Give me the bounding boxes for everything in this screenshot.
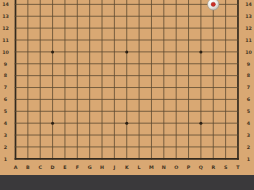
row-label-left-7: 7: [4, 85, 7, 90]
star-point-k4: [125, 122, 128, 125]
row-label-right-2: 2: [247, 145, 250, 150]
row-label-right-13: 13: [245, 14, 252, 19]
row-label-right-11: 11: [245, 38, 252, 43]
column-label-p: P: [187, 165, 191, 170]
row-label-left-13: 13: [2, 14, 9, 19]
column-label-g: G: [88, 165, 92, 170]
star-point-d4: [51, 122, 54, 125]
row-label-left-2: 2: [4, 145, 7, 150]
row-label-right-5: 5: [247, 109, 250, 114]
row-label-right-14: 14: [245, 2, 252, 7]
column-label-e: E: [63, 165, 66, 170]
row-label-left-14: 14: [2, 2, 9, 7]
go-board[interactable]: 14141313121211111010998877665544332211AB…: [0, 0, 254, 175]
column-label-s: S: [224, 165, 228, 170]
column-label-k: K: [125, 165, 129, 170]
row-label-right-10: 10: [245, 50, 252, 55]
column-label-j: J: [112, 165, 115, 170]
row-label-left-3: 3: [4, 133, 7, 138]
column-label-q: Q: [199, 165, 203, 170]
column-label-f: F: [76, 165, 79, 170]
star-point-k10: [125, 50, 128, 53]
column-label-m: M: [149, 165, 154, 170]
column-label-d: D: [51, 165, 55, 170]
last-move-marker: [211, 2, 215, 6]
row-label-left-1: 1: [4, 157, 7, 162]
row-label-left-11: 11: [2, 38, 9, 43]
toolbar: [0, 175, 254, 190]
star-point-d10: [51, 50, 54, 53]
column-label-r: R: [211, 165, 215, 170]
column-label-a: A: [14, 165, 18, 170]
go-app-screen: 14141313121211111010998877665544332211AB…: [0, 0, 254, 190]
column-label-o: O: [174, 165, 178, 170]
row-label-left-12: 12: [2, 26, 9, 31]
row-label-right-7: 7: [247, 85, 250, 90]
row-label-left-5: 5: [4, 109, 7, 114]
row-label-right-3: 3: [247, 133, 250, 138]
column-label-c: C: [38, 165, 42, 170]
go-board-svg[interactable]: 14141313121211111010998877665544332211AB…: [0, 0, 254, 175]
column-label-n: N: [162, 165, 166, 170]
column-label-h: H: [100, 165, 104, 170]
row-label-left-10: 10: [2, 50, 9, 55]
column-label-b: B: [26, 165, 30, 170]
row-label-right-12: 12: [245, 26, 252, 31]
star-point-q4: [199, 122, 202, 125]
column-label-l: L: [138, 165, 141, 170]
row-label-right-1: 1: [247, 157, 250, 162]
star-point-q10: [199, 50, 202, 53]
